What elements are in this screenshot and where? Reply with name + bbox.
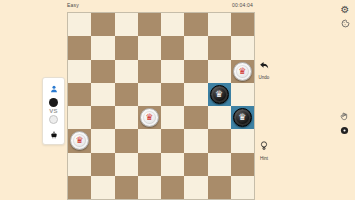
square-r1c0[interactable] xyxy=(68,36,91,59)
square-r7c4[interactable] xyxy=(161,176,184,199)
square-r5c5 xyxy=(184,129,207,152)
white-king-piece[interactable]: ♛ xyxy=(140,108,159,127)
square-r2c3[interactable] xyxy=(138,60,161,83)
square-r4c3[interactable]: ♛ xyxy=(138,106,161,129)
square-r6c3[interactable] xyxy=(138,153,161,176)
king-crown-glyph: ♛ xyxy=(238,67,246,76)
undo-label: Undo xyxy=(259,75,270,80)
square-r2c0 xyxy=(68,60,91,83)
square-r6c7[interactable] xyxy=(231,153,254,176)
square-r0c3[interactable] xyxy=(138,13,161,36)
square-r0c1[interactable] xyxy=(91,13,114,36)
square-r4c4 xyxy=(161,106,184,129)
white-king-piece[interactable]: ♛ xyxy=(70,131,89,150)
hint-button[interactable]: Hint xyxy=(254,137,274,161)
theme-button[interactable] xyxy=(340,18,350,28)
square-r7c5 xyxy=(184,176,207,199)
target-icon-button[interactable] xyxy=(339,125,349,135)
square-r4c1[interactable] xyxy=(91,106,114,129)
square-r3c3 xyxy=(138,83,161,106)
square-r6c5[interactable] xyxy=(184,153,207,176)
king-crown-glyph: ♛ xyxy=(215,90,223,99)
square-r1c6[interactable] xyxy=(208,36,231,59)
square-r6c0 xyxy=(68,153,91,176)
target-icon xyxy=(340,121,349,139)
square-r4c2 xyxy=(115,106,138,129)
square-r5c0[interactable]: ♛ xyxy=(68,129,91,152)
square-r3c0[interactable] xyxy=(68,83,91,106)
hand-button[interactable] xyxy=(339,111,349,121)
square-r4c0 xyxy=(68,106,91,129)
square-r5c4[interactable] xyxy=(161,129,184,152)
square-r2c2 xyxy=(115,60,138,83)
square-r2c6 xyxy=(208,60,231,83)
square-r0c7[interactable] xyxy=(231,13,254,36)
square-r5c6[interactable] xyxy=(208,129,231,152)
square-r6c1[interactable] xyxy=(91,153,114,176)
square-r3c7 xyxy=(231,83,254,106)
board: ♛♛♛♛♛ xyxy=(67,12,255,200)
hint-bulb-icon xyxy=(260,137,268,155)
square-r6c4 xyxy=(161,153,184,176)
square-r1c3 xyxy=(138,36,161,59)
undo-arrow-icon xyxy=(259,56,269,74)
square-r7c1 xyxy=(91,176,114,199)
black-color-indicator xyxy=(49,98,58,107)
square-r3c6[interactable]: ♛ xyxy=(208,83,231,106)
undo-button[interactable]: Undo xyxy=(254,56,274,80)
players-panel: VS xyxy=(42,77,65,145)
square-r7c3 xyxy=(138,176,161,199)
square-r0c4 xyxy=(161,13,184,36)
square-r1c2[interactable] xyxy=(115,36,138,59)
square-r7c6[interactable] xyxy=(208,176,231,199)
black-king-piece[interactable]: ♛ xyxy=(210,85,229,104)
square-r5c1 xyxy=(91,129,114,152)
square-r5c7 xyxy=(231,129,254,152)
square-r3c1 xyxy=(91,83,114,106)
robot-player-icon xyxy=(50,125,58,143)
square-r5c2[interactable] xyxy=(115,129,138,152)
square-r2c1[interactable] xyxy=(91,60,114,83)
king-crown-glyph: ♛ xyxy=(76,136,84,145)
human-player-icon xyxy=(50,79,58,97)
square-r6c2 xyxy=(115,153,138,176)
square-r4c7[interactable]: ♛ xyxy=(231,106,254,129)
white-color-indicator xyxy=(49,115,58,124)
square-r3c5 xyxy=(184,83,207,106)
square-r7c7 xyxy=(231,176,254,199)
square-r7c0[interactable] xyxy=(68,176,91,199)
square-r0c2 xyxy=(115,13,138,36)
square-r1c4[interactable] xyxy=(161,36,184,59)
square-r5c3 xyxy=(138,129,161,152)
square-r3c4[interactable] xyxy=(161,83,184,106)
white-king-piece[interactable]: ♛ xyxy=(233,62,252,81)
square-r3c2[interactable] xyxy=(115,83,138,106)
king-crown-glyph: ♛ xyxy=(145,113,153,122)
square-r7c2[interactable] xyxy=(115,176,138,199)
square-r1c5 xyxy=(184,36,207,59)
black-king-piece[interactable]: ♛ xyxy=(233,108,252,127)
vs-label: VS xyxy=(49,108,58,114)
square-r1c1 xyxy=(91,36,114,59)
square-r2c4 xyxy=(161,60,184,83)
settings-gear-icon: ⚙ xyxy=(341,4,350,15)
game-timer: 00:04:04 xyxy=(232,2,253,8)
square-r0c6 xyxy=(208,13,231,36)
hint-label: Hint xyxy=(260,156,268,161)
square-r6c6 xyxy=(208,153,231,176)
square-r0c5[interactable] xyxy=(184,13,207,36)
square-r4c6 xyxy=(208,106,231,129)
square-r2c7[interactable]: ♛ xyxy=(231,60,254,83)
square-r0c0 xyxy=(68,13,91,36)
difficulty-label: Easy xyxy=(67,2,79,8)
square-r1c7 xyxy=(231,36,254,59)
theme-palette-icon xyxy=(341,14,350,32)
square-r2c5[interactable] xyxy=(184,60,207,83)
king-crown-glyph: ♛ xyxy=(238,113,246,122)
square-r4c5[interactable] xyxy=(184,106,207,129)
